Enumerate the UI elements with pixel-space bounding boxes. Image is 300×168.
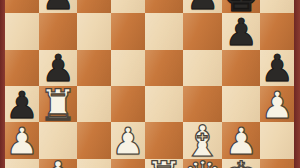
square-h2[interactable] [260, 159, 294, 168]
black-pawn-icon: ♟ [224, 14, 257, 51]
square-f2[interactable]: ♛ [183, 159, 222, 168]
square-a7[interactable] [5, 0, 39, 13]
square-d3[interactable]: ♟ [111, 122, 145, 158]
board-frame-right [294, 0, 300, 168]
square-d5[interactable] [111, 50, 145, 86]
square-f4[interactable] [183, 86, 222, 122]
square-g2[interactable]: ♚ [222, 159, 261, 168]
square-g7[interactable]: ♚ [222, 0, 261, 13]
white-pawn-icon: ♟ [5, 123, 38, 160]
white-pawn-icon: ♟ [261, 87, 294, 124]
square-h7[interactable] [260, 0, 294, 13]
square-d6[interactable] [111, 13, 145, 49]
square-g6[interactable]: ♟ [222, 13, 261, 49]
square-f6[interactable] [183, 13, 222, 49]
black-pawn-icon: ♟ [5, 87, 38, 124]
square-b7[interactable]: ♟ [39, 0, 78, 13]
square-h5[interactable]: ♟ [260, 50, 294, 86]
square-b6[interactable] [39, 13, 78, 49]
square-h3[interactable] [260, 122, 294, 158]
white-king-icon: ♚ [222, 156, 261, 168]
square-a3[interactable]: ♟ [5, 122, 39, 158]
square-c7[interactable] [77, 0, 111, 13]
board-frame-left [0, 0, 5, 168]
white-rook-icon: ♜ [39, 84, 78, 127]
white-pawn-icon: ♟ [111, 123, 144, 160]
square-b3[interactable] [39, 122, 78, 158]
square-a4[interactable]: ♟ [5, 86, 39, 122]
black-pawn-icon: ♟ [261, 50, 294, 87]
white-pawn-icon: ♟ [224, 123, 257, 160]
square-d4[interactable] [111, 86, 145, 122]
square-e2[interactable]: ♜ [145, 159, 184, 168]
square-b5[interactable]: ♟ [39, 50, 78, 86]
square-h4[interactable]: ♟ [260, 86, 294, 122]
square-e6[interactable] [145, 13, 184, 49]
square-c2[interactable] [77, 159, 111, 168]
square-a6[interactable] [5, 13, 39, 49]
square-e4[interactable] [145, 86, 184, 122]
square-f5[interactable] [183, 50, 222, 86]
chess-board-screenshot: ♟♟♚♟♟♟♟♜♟♟♟♝♟♝♜♛♚ [0, 0, 300, 168]
square-c5[interactable] [77, 50, 111, 86]
square-b4[interactable]: ♜ [39, 86, 78, 122]
square-g3[interactable]: ♟ [222, 122, 261, 158]
square-f7[interactable]: ♟ [183, 0, 222, 13]
white-bishop-icon: ♝ [183, 120, 222, 163]
square-d7[interactable] [111, 0, 145, 13]
square-e7[interactable] [145, 0, 184, 13]
square-f3[interactable]: ♝ [183, 122, 222, 158]
square-g5[interactable] [222, 50, 261, 86]
square-g4[interactable] [222, 86, 261, 122]
square-e5[interactable] [145, 50, 184, 86]
chess-board[interactable]: ♟♟♚♟♟♟♟♜♟♟♟♝♟♝♜♛♚ [5, 0, 294, 168]
white-bishop-icon: ♝ [39, 156, 78, 168]
square-c3[interactable] [77, 122, 111, 158]
square-d2[interactable] [111, 159, 145, 168]
white-queen-icon: ♛ [183, 156, 222, 168]
square-c4[interactable] [77, 86, 111, 122]
black-pawn-icon: ♟ [41, 50, 74, 87]
square-b2[interactable]: ♝ [39, 159, 78, 168]
square-e3[interactable] [145, 122, 184, 158]
square-h6[interactable] [260, 13, 294, 49]
square-a5[interactable] [5, 50, 39, 86]
square-c6[interactable] [77, 13, 111, 49]
square-a2[interactable] [5, 159, 39, 168]
white-rook-icon: ♜ [145, 156, 184, 168]
